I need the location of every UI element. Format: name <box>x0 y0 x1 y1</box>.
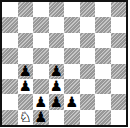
black-pawn[interactable]: ♟ <box>18 64 34 79</box>
square-g6[interactable] <box>95 33 111 48</box>
square-f2[interactable] <box>80 94 96 109</box>
square-f3[interactable] <box>80 79 96 94</box>
square-e7[interactable] <box>64 17 80 32</box>
square-b6[interactable] <box>18 33 34 48</box>
square-d8[interactable] <box>49 2 65 17</box>
black-pawn[interactable]: ♟ <box>33 94 49 109</box>
black-pawn[interactable]: ♟ <box>49 79 65 94</box>
black-pawn[interactable]: ♟ <box>33 110 49 125</box>
square-e8[interactable] <box>64 2 80 17</box>
square-f8[interactable] <box>80 2 96 17</box>
square-g4[interactable] <box>95 64 111 79</box>
square-a2[interactable] <box>2 94 18 109</box>
square-c4[interactable] <box>33 64 49 79</box>
black-pawn[interactable]: ♟ <box>49 64 65 79</box>
square-d1[interactable] <box>49 110 65 125</box>
square-e3[interactable] <box>64 79 80 94</box>
square-g2[interactable] <box>95 94 111 109</box>
square-f7[interactable] <box>80 17 96 32</box>
square-f5[interactable] <box>80 48 96 63</box>
white-knight[interactable]: ♘ <box>18 110 34 125</box>
square-d3[interactable]: ♟ <box>49 79 65 94</box>
square-e4[interactable] <box>64 64 80 79</box>
black-pawn[interactable]: ♟ <box>49 94 65 109</box>
square-a8[interactable] <box>2 2 18 17</box>
square-a7[interactable] <box>2 17 18 32</box>
square-b7[interactable] <box>18 17 34 32</box>
square-h7[interactable] <box>111 17 127 32</box>
square-f6[interactable] <box>80 33 96 48</box>
square-b8[interactable] <box>18 2 34 17</box>
square-b1[interactable]: ♘ <box>18 110 34 125</box>
square-e1[interactable] <box>64 110 80 125</box>
square-g1[interactable] <box>95 110 111 125</box>
square-g8[interactable] <box>95 2 111 17</box>
square-b3[interactable]: ♟ <box>18 79 34 94</box>
square-g7[interactable] <box>95 17 111 32</box>
square-h4[interactable] <box>111 64 127 79</box>
chess-board-frame: ♟♟♟♟♟♟♟♘♟ <box>0 0 128 127</box>
square-d2[interactable]: ♟ <box>49 94 65 109</box>
chess-board: ♟♟♟♟♟♟♟♘♟ <box>2 2 126 125</box>
square-c6[interactable] <box>33 33 49 48</box>
square-e6[interactable] <box>64 33 80 48</box>
square-h6[interactable] <box>111 33 127 48</box>
square-h2[interactable] <box>111 94 127 109</box>
square-f4[interactable] <box>80 64 96 79</box>
square-c8[interactable] <box>33 2 49 17</box>
black-pawn[interactable]: ♟ <box>64 94 80 109</box>
black-pawn[interactable]: ♟ <box>18 79 34 94</box>
square-a6[interactable] <box>2 33 18 48</box>
square-h1[interactable] <box>111 110 127 125</box>
square-a4[interactable] <box>2 64 18 79</box>
square-d5[interactable] <box>49 48 65 63</box>
square-c1[interactable]: ♟ <box>33 110 49 125</box>
square-a5[interactable] <box>2 48 18 63</box>
square-g5[interactable] <box>95 48 111 63</box>
square-c7[interactable] <box>33 17 49 32</box>
square-b4[interactable]: ♟ <box>18 64 34 79</box>
square-c2[interactable]: ♟ <box>33 94 49 109</box>
square-d7[interactable] <box>49 17 65 32</box>
square-h5[interactable] <box>111 48 127 63</box>
square-c3[interactable] <box>33 79 49 94</box>
square-d4[interactable]: ♟ <box>49 64 65 79</box>
square-g3[interactable] <box>95 79 111 94</box>
square-e2[interactable]: ♟ <box>64 94 80 109</box>
square-b5[interactable] <box>18 48 34 63</box>
square-d6[interactable] <box>49 33 65 48</box>
square-a1[interactable] <box>2 110 18 125</box>
square-f1[interactable] <box>80 110 96 125</box>
square-c5[interactable] <box>33 48 49 63</box>
square-b2[interactable] <box>18 94 34 109</box>
square-e5[interactable] <box>64 48 80 63</box>
square-h3[interactable] <box>111 79 127 94</box>
square-h8[interactable] <box>111 2 127 17</box>
square-a3[interactable] <box>2 79 18 94</box>
